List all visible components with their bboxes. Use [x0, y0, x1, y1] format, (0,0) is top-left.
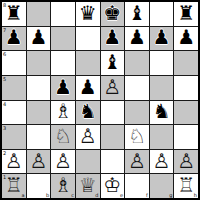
- rank-label-5: 5: [3, 76, 6, 82]
- square-c3[interactable]: ♘: [51, 125, 75, 149]
- square-g4[interactable]: ♞: [150, 101, 174, 125]
- square-g2[interactable]: ♙: [150, 150, 174, 174]
- piece-black-queen-icon: ♛: [79, 3, 97, 23]
- square-d5[interactable]: ♟: [76, 76, 100, 100]
- square-d4[interactable]: ♞: [76, 101, 100, 125]
- square-d1[interactable]: d♕: [76, 174, 100, 198]
- square-c2[interactable]: ♙: [51, 150, 75, 174]
- square-e1[interactable]: e♔: [101, 174, 125, 198]
- chess-board: 8♜♛♚♝♜7♟♟♟♟♟♟6♝5♟♟♙4♗♞♞3♘♙♘2♙♙♙♙♙♙1a♖bc♗…: [0, 0, 200, 200]
- square-g7[interactable]: ♟: [150, 27, 174, 51]
- piece-white-pawn-icon: ♙: [79, 126, 97, 146]
- piece-white-queen-icon: ♕: [79, 175, 97, 195]
- square-a4[interactable]: 4: [2, 101, 26, 125]
- square-b5[interactable]: [27, 76, 51, 100]
- square-a2[interactable]: 2♙: [2, 150, 26, 174]
- square-d7[interactable]: [76, 27, 100, 51]
- square-b2[interactable]: ♙: [27, 150, 51, 174]
- piece-black-pawn-icon: ♟: [29, 27, 47, 47]
- rank-label-3: 3: [3, 125, 6, 131]
- piece-white-knight-icon: ♘: [128, 126, 146, 146]
- square-f6[interactable]: [125, 51, 149, 75]
- square-d6[interactable]: [76, 51, 100, 75]
- piece-black-pawn-icon: ♟: [153, 27, 171, 47]
- square-a8[interactable]: 8♜: [2, 2, 26, 26]
- square-b4[interactable]: [27, 101, 51, 125]
- square-h8[interactable]: ♜: [174, 2, 198, 26]
- square-a1[interactable]: 1a♖: [2, 174, 26, 198]
- square-g8[interactable]: [150, 2, 174, 26]
- square-e3[interactable]: [101, 125, 125, 149]
- square-e7[interactable]: ♟: [101, 27, 125, 51]
- piece-black-rook-icon: ♜: [5, 3, 23, 23]
- piece-white-king-icon: ♔: [103, 175, 121, 195]
- file-label-f: f: [146, 192, 148, 198]
- piece-white-bishop-icon: ♗: [54, 101, 72, 121]
- square-h6[interactable]: [174, 51, 198, 75]
- rank-label-6: 6: [3, 51, 6, 57]
- piece-white-rook-icon: ♖: [5, 175, 23, 195]
- piece-black-pawn-icon: ♟: [5, 27, 23, 47]
- square-e2[interactable]: [101, 150, 125, 174]
- chess-diagram: 8♜♛♚♝♜7♟♟♟♟♟♟6♝5♟♟♙4♗♞♞3♘♙♘2♙♙♙♙♙♙1a♖bc♗…: [0, 0, 200, 200]
- square-f7[interactable]: ♟: [125, 27, 149, 51]
- square-b6[interactable]: [27, 51, 51, 75]
- square-f4[interactable]: [125, 101, 149, 125]
- square-e5[interactable]: ♙: [101, 76, 125, 100]
- piece-white-pawn-icon: ♙: [5, 151, 23, 171]
- piece-white-rook-icon: ♖: [177, 175, 195, 195]
- piece-black-pawn-icon: ♟: [103, 27, 121, 47]
- piece-black-pawn-icon: ♟: [54, 77, 72, 97]
- piece-white-pawn-icon: ♙: [153, 151, 171, 171]
- square-b3[interactable]: [27, 125, 51, 149]
- square-c6[interactable]: [51, 51, 75, 75]
- piece-white-pawn-icon: ♙: [54, 151, 72, 171]
- piece-black-pawn-icon: ♟: [177, 27, 195, 47]
- square-g6[interactable]: [150, 51, 174, 75]
- piece-black-rook-icon: ♜: [177, 3, 195, 23]
- piece-black-pawn-icon: ♟: [79, 77, 97, 97]
- square-c5[interactable]: ♟: [51, 76, 75, 100]
- square-g3[interactable]: [150, 125, 174, 149]
- square-h2[interactable]: ♙: [174, 150, 198, 174]
- square-g1[interactable]: g: [150, 174, 174, 198]
- square-c4[interactable]: ♗: [51, 101, 75, 125]
- rank-label-4: 4: [3, 101, 6, 107]
- square-h1[interactable]: h♖: [174, 174, 198, 198]
- piece-black-bishop-icon: ♝: [103, 52, 121, 72]
- piece-black-pawn-icon: ♟: [128, 27, 146, 47]
- square-d2[interactable]: [76, 150, 100, 174]
- piece-white-pawn-icon: ♙: [103, 77, 121, 97]
- square-e8[interactable]: ♚: [101, 2, 125, 26]
- square-f2[interactable]: ♙: [125, 150, 149, 174]
- square-f5[interactable]: [125, 76, 149, 100]
- piece-white-pawn-icon: ♙: [128, 151, 146, 171]
- square-f1[interactable]: f: [125, 174, 149, 198]
- square-a7[interactable]: 7♟: [2, 27, 26, 51]
- square-h5[interactable]: [174, 76, 198, 100]
- piece-black-knight-icon: ♞: [153, 101, 171, 121]
- square-h4[interactable]: [174, 101, 198, 125]
- square-c8[interactable]: [51, 2, 75, 26]
- square-d8[interactable]: ♛: [76, 2, 100, 26]
- square-h7[interactable]: ♟: [174, 27, 198, 51]
- file-label-g: g: [169, 192, 172, 198]
- square-f3[interactable]: ♘: [125, 125, 149, 149]
- square-e6[interactable]: ♝: [101, 51, 125, 75]
- piece-white-pawn-icon: ♙: [29, 151, 47, 171]
- piece-white-knight-icon: ♘: [54, 126, 72, 146]
- square-h3[interactable]: [174, 125, 198, 149]
- piece-black-knight-icon: ♞: [79, 101, 97, 121]
- square-f8[interactable]: ♝: [125, 2, 149, 26]
- square-a5[interactable]: 5: [2, 76, 26, 100]
- square-b1[interactable]: b: [27, 174, 51, 198]
- piece-white-pawn-icon: ♙: [177, 151, 195, 171]
- square-a3[interactable]: 3: [2, 125, 26, 149]
- file-label-b: b: [46, 192, 49, 198]
- square-c1[interactable]: c♗: [51, 174, 75, 198]
- square-g5[interactable]: [150, 76, 174, 100]
- piece-black-king-icon: ♚: [103, 3, 121, 23]
- square-b8[interactable]: [27, 2, 51, 26]
- square-c7[interactable]: [51, 27, 75, 51]
- piece-white-bishop-icon: ♗: [54, 175, 72, 195]
- square-b7[interactable]: ♟: [27, 27, 51, 51]
- piece-black-bishop-icon: ♝: [128, 3, 146, 23]
- square-d3[interactable]: ♙: [76, 125, 100, 149]
- square-a6[interactable]: 6: [2, 51, 26, 75]
- square-e4[interactable]: [101, 101, 125, 125]
